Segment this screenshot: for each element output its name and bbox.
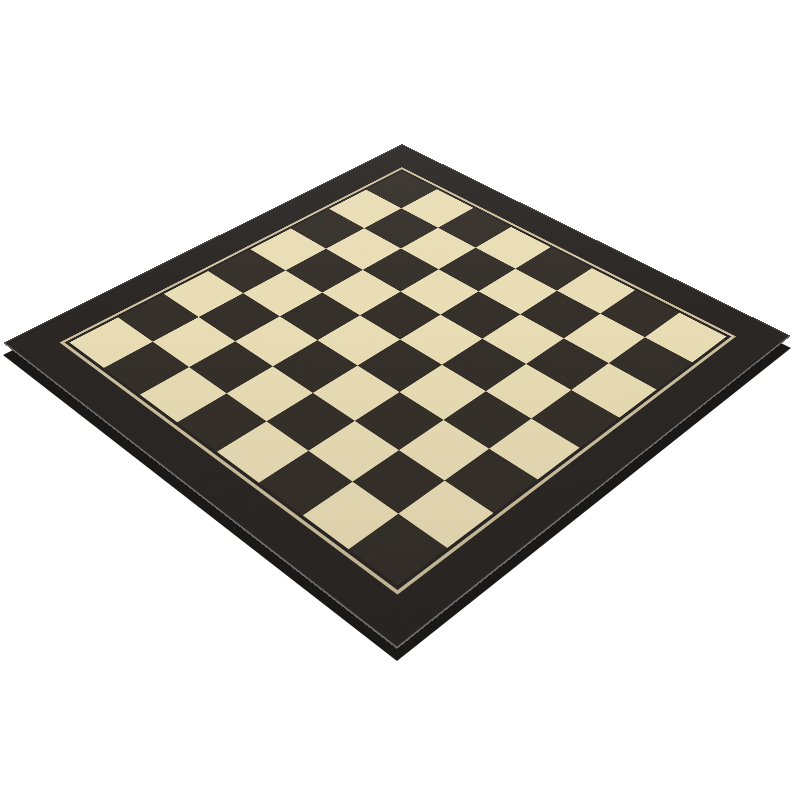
chessboard-scene bbox=[0, 0, 800, 800]
chess-board[interactable] bbox=[3, 144, 791, 649]
board-playing-field bbox=[69, 171, 726, 585]
product-photo-background bbox=[0, 0, 800, 800]
